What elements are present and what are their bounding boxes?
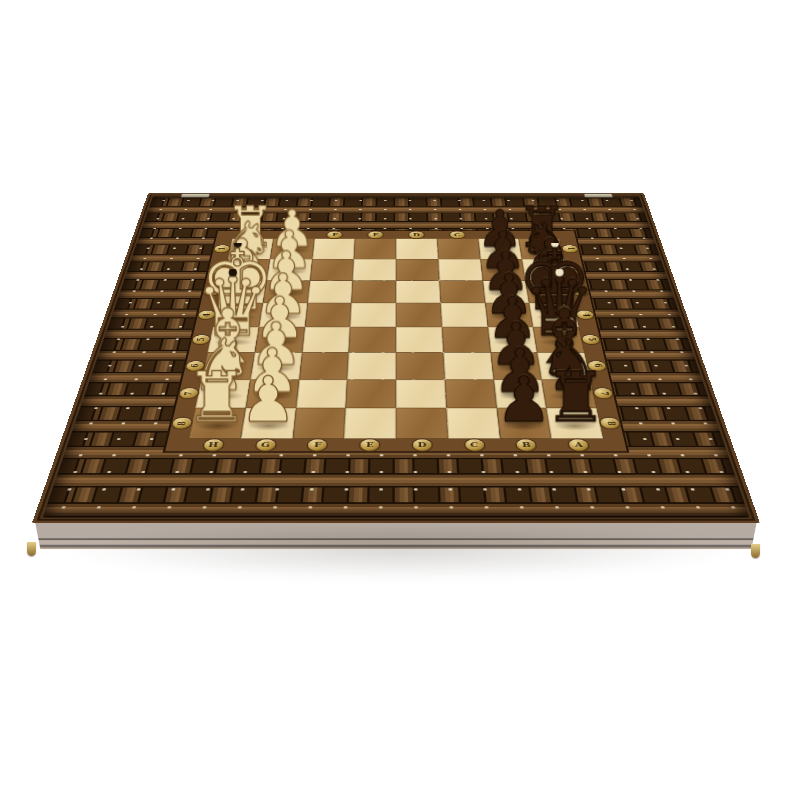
hinge-icon	[583, 193, 613, 197]
coord-label: A	[574, 442, 583, 448]
coord-label: 1	[566, 247, 575, 250]
square-c8	[446, 408, 500, 439]
square-e1	[354, 239, 396, 259]
piece-character: ♜	[544, 365, 606, 429]
coord-label: 1	[218, 247, 227, 250]
piece-character: ♟	[240, 371, 296, 429]
ivory-finial-icon	[551, 239, 559, 247]
coord-label: H	[208, 442, 219, 448]
square-d8	[396, 408, 448, 439]
white-pawn-glyph: ♟	[240, 371, 296, 429]
piece-white-rook: ♜	[189, 408, 246, 439]
square-f1	[312, 239, 355, 259]
black-rook-glyph: ♜	[544, 365, 606, 429]
coord-label: C	[470, 442, 479, 448]
coord-disc-file-d-front: D	[413, 439, 432, 450]
coord-label: D	[413, 233, 420, 237]
coord-label: E	[373, 233, 379, 237]
product-photo: HHGGFFEEDDCCBBAA1122334455667788♜♟♟♜♞♟♟♞…	[0, 0, 800, 800]
dark-finial-icon	[228, 268, 236, 276]
coord-disc-file-d-far: D	[409, 232, 423, 239]
piece-white-pawn: ♟	[240, 408, 295, 439]
piece-black-pawn: ♟	[496, 408, 551, 439]
hinge-icon	[180, 193, 210, 197]
piece-black-rook: ♜	[547, 408, 604, 439]
coord-label: F	[314, 442, 322, 448]
coord-label: G	[261, 442, 271, 448]
square-f8	[292, 408, 346, 439]
square-d1	[396, 239, 438, 259]
square-e8	[344, 408, 396, 439]
board-front-edge	[35, 522, 757, 550]
coord-label: F	[332, 233, 338, 237]
coord-disc-file-c-front: C	[465, 439, 484, 450]
coord-label: D	[418, 442, 427, 448]
chess-board: HHGGFFEEDDCCBBAA1122334455667788♜♟♟♜♞♟♟♞…	[32, 193, 760, 523]
coord-label: C	[454, 233, 461, 237]
coord-label: B	[522, 442, 532, 448]
brass-foot	[27, 542, 36, 556]
dark-finial-icon	[233, 239, 241, 247]
ivory-finial-icon	[555, 268, 563, 276]
coord-label: E	[366, 442, 374, 448]
coord-disc-file-c-far: C	[450, 232, 465, 239]
white-rook-glyph: ♜	[185, 365, 247, 429]
piece-character: ♜	[185, 365, 247, 429]
square-c1	[437, 239, 480, 259]
brass-foot	[751, 544, 760, 558]
